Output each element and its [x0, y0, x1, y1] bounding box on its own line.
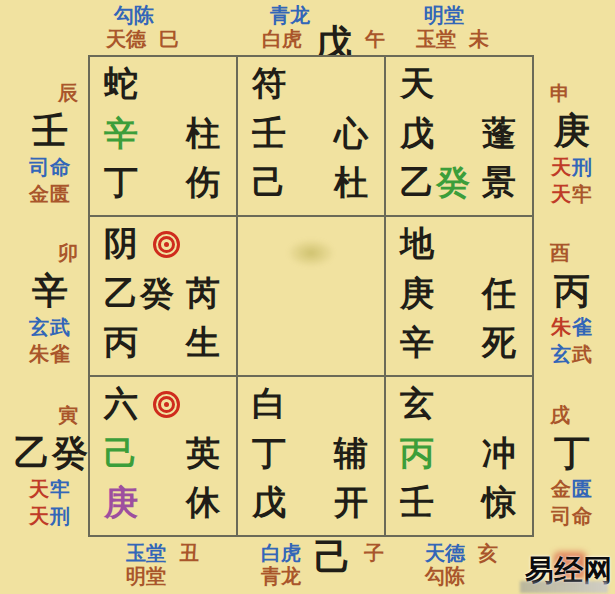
- god-char: 玄: [400, 383, 434, 424]
- palace-row: 戊开: [252, 482, 368, 523]
- edge-bottom-group-2: 天德亥勾陈: [425, 542, 498, 588]
- palace-row: 辛柱: [104, 113, 220, 154]
- deity-label: 天刑: [536, 154, 608, 181]
- star-char: 芮: [186, 273, 220, 313]
- deity-branch-label: 白虎: [261, 542, 301, 565]
- earth-stem-char: 癸: [436, 162, 470, 203]
- god-char: 六: [104, 383, 138, 424]
- heaven-stem-char: 丁: [252, 433, 286, 474]
- palace-row: 白: [252, 383, 368, 424]
- left-edge-labels: 辰壬司命金匮卯辛玄武朱雀寅乙癸天牢天刑: [14, 0, 86, 594]
- branch-label: 寅: [14, 402, 86, 429]
- heaven-stem-char: 丙: [400, 433, 434, 474]
- door-char: 休: [186, 482, 220, 522]
- deity-branch-label: 勾陈: [425, 565, 465, 588]
- deity-branch-label: 丑: [179, 542, 199, 565]
- star-char: 心: [334, 113, 368, 153]
- branch-label: 酉: [536, 240, 608, 267]
- palace-row: 丙生: [104, 322, 220, 363]
- deity-branch-label: 明堂: [126, 565, 166, 588]
- heaven-stem-char: 庚: [400, 273, 434, 314]
- stem-label: 辛: [14, 267, 86, 314]
- earth-stem-char: 己: [252, 162, 286, 203]
- deity-label: 天牢: [14, 476, 86, 503]
- deity-branch-label: 白虎: [262, 27, 302, 51]
- palace-row: 丙冲: [400, 433, 516, 474]
- star-char: 英: [186, 433, 220, 473]
- god-char: 符: [252, 63, 286, 104]
- deity-label: 玄武: [14, 314, 86, 341]
- stem-label: 丁: [536, 429, 608, 476]
- palace-row: 乙癸芮: [104, 273, 220, 314]
- deity-branch-label: 天德: [425, 542, 465, 565]
- deity-branch-label: 勾陈: [114, 3, 154, 27]
- palace-dui-7: 地庚任辛死: [386, 217, 532, 375]
- deity-branch-line: 玉堂未: [416, 27, 489, 51]
- deity-branch-line: 明堂: [416, 3, 489, 27]
- deity-branch-line: 玉堂丑: [126, 542, 199, 565]
- earth-stem-char: 乙: [400, 162, 434, 203]
- qimen-dunjia-chart: 勾陈天德巳青龙白虎戊午明堂玉堂未 蛇辛柱丁伤符壬心己杜天戊蓬乙癸景阴乙癸芮丙生地…: [0, 0, 615, 594]
- star-char: 辅: [334, 433, 368, 473]
- palace-kun-2: 天戊蓬乙癸景: [386, 57, 532, 215]
- palace-kan-1: 白丁辅戊开: [238, 377, 384, 535]
- deity-branch-line: 白虎己子: [261, 542, 384, 565]
- deity-branch-label: 青龙: [261, 565, 301, 588]
- star-char: 柱: [186, 113, 220, 153]
- deity-branch-label: 子: [364, 542, 384, 565]
- branch-label: 申: [536, 80, 608, 107]
- deity-branch-label: 午: [365, 27, 385, 51]
- door-char: 开: [334, 482, 368, 522]
- heaven-stem-char: 己: [104, 433, 138, 474]
- stem-label: 壬: [14, 107, 86, 154]
- edge-right-group-2: 戌丁金匮司命: [536, 402, 608, 530]
- palace-zhen-3: 阴乙癸芮丙生: [90, 217, 236, 375]
- door-char: 死: [482, 322, 516, 362]
- earth-stem-char: 壬: [400, 482, 434, 523]
- deity-branch-label: 玉堂: [416, 27, 456, 51]
- board-grid: 蛇辛柱丁伤符壬心己杜天戊蓬乙癸景阴乙癸芮丙生地庚任辛死六己英庚休白丁辅戊开玄丙冲…: [88, 55, 534, 537]
- palace-row: 地: [400, 223, 516, 264]
- palace-row: 壬惊: [400, 482, 516, 523]
- palace-row: 六: [104, 383, 220, 424]
- palace-row: 乙癸景: [400, 162, 516, 203]
- palace-row: 天: [400, 63, 516, 104]
- stem-label: 乙癸: [14, 429, 86, 476]
- palace-row: 壬心: [252, 113, 368, 154]
- heaven-stem-char: 戊: [400, 113, 434, 154]
- god-char: 阴: [104, 223, 138, 264]
- deity-label: 天刑: [14, 503, 86, 530]
- deity-branch-line: 勾陈: [425, 565, 498, 588]
- deity-label: 金匮: [14, 181, 86, 208]
- palace-row: 丁辅: [252, 433, 368, 474]
- edge-left-group-2: 寅乙癸天牢天刑: [14, 402, 86, 530]
- deity-branch-line: 白虎戊午: [262, 27, 385, 51]
- deity-branch-label: 玉堂: [126, 542, 166, 565]
- door-char: 生: [186, 322, 220, 362]
- star-char: 任: [482, 273, 516, 313]
- door-char: 杜: [334, 162, 368, 202]
- heaven-stem-char: 壬: [252, 113, 286, 154]
- star-char: 冲: [482, 433, 516, 473]
- deity-branch-label: 明堂: [424, 3, 464, 27]
- bullseye-marker-icon: [153, 391, 180, 418]
- edge-left-group-1: 卯辛玄武朱雀: [14, 240, 86, 368]
- deity-label: 朱雀: [14, 341, 86, 368]
- earth-stem-char: 丁: [104, 162, 138, 203]
- watermark: 易经网: [514, 551, 614, 593]
- god-char: 地: [400, 223, 434, 264]
- edge-right-group-0: 申庚天刑天牢: [536, 80, 608, 208]
- stem-label: 戊: [315, 34, 352, 52]
- earth-stem-char: 辛: [400, 322, 434, 363]
- deity-label: 司命: [536, 503, 608, 530]
- edge-top-group-1: 青龙白虎戊午: [262, 3, 385, 51]
- palace-row: 玄: [400, 383, 516, 424]
- stem-label: 丙: [536, 267, 608, 314]
- edge-left-group-0: 辰壬司命金匮: [14, 80, 86, 208]
- door-char: 景: [482, 162, 516, 202]
- deity-label: 玄武: [536, 341, 608, 368]
- palace-center-5: [238, 217, 384, 375]
- edge-top-group-0: 勾陈天德巳: [106, 3, 179, 51]
- deity-branch-label: 巳: [159, 27, 179, 51]
- heaven-stem-char: 乙: [104, 273, 138, 314]
- palace-row: 己杜: [252, 162, 368, 203]
- god-char: 天: [400, 63, 434, 104]
- earth-stem-char: 丙: [104, 322, 138, 363]
- palace-row: 丁伤: [104, 162, 220, 203]
- deity-branch-label: 青龙: [270, 3, 310, 27]
- edge-right-group-1: 酉丙朱雀玄武: [536, 240, 608, 368]
- star-char: 蓬: [482, 113, 516, 153]
- deity-branch-line: 天德亥: [425, 542, 498, 565]
- palace-row: 辛死: [400, 322, 516, 363]
- palace-row: 庚休: [104, 482, 220, 523]
- heaven-stem-char: 辛: [104, 113, 138, 154]
- palace-gen-8: 六己英庚休: [90, 377, 236, 535]
- branch-label: 戌: [536, 402, 608, 429]
- edge-bottom-group-0: 玉堂丑明堂: [126, 542, 199, 588]
- watermark-sub-blur: [520, 581, 608, 593]
- branch-label: 卯: [14, 240, 86, 267]
- earth-stem-char: 庚: [104, 482, 138, 523]
- faint-smudge: [287, 239, 335, 267]
- palace-row: 阴: [104, 223, 220, 264]
- deity-label: 金匮: [536, 476, 608, 503]
- palace-row: 符: [252, 63, 368, 104]
- deity-label: 朱雀: [536, 314, 608, 341]
- heaven-stem-char: 癸: [140, 273, 174, 314]
- bullseye-marker-icon: [153, 231, 180, 258]
- god-char: 白: [252, 383, 286, 424]
- palace-qian-6: 玄丙冲壬惊: [386, 377, 532, 535]
- palace-xun-4: 蛇辛柱丁伤: [90, 57, 236, 215]
- god-char: 蛇: [104, 63, 138, 104]
- deity-branch-label: 亥: [478, 542, 498, 565]
- branch-label: 辰: [14, 80, 86, 107]
- deity-label: 天牢: [536, 181, 608, 208]
- deity-label: 司命: [14, 154, 86, 181]
- right-edge-labels: 申庚天刑天牢酉丙朱雀玄武戌丁金匮司命: [536, 0, 608, 594]
- earth-stem-char: 戊: [252, 482, 286, 523]
- edge-bottom-group-1: 白虎己子青龙: [261, 542, 384, 588]
- deity-branch-line: 勾陈: [106, 3, 179, 27]
- door-char: 伤: [186, 162, 220, 202]
- palace-row: 戊蓬: [400, 113, 516, 154]
- palace-row: 己英: [104, 433, 220, 474]
- stem-label: 己: [314, 548, 351, 566]
- palace-row: 庚任: [400, 273, 516, 314]
- palace-row: 蛇: [104, 63, 220, 104]
- deity-branch-label: 天德: [106, 27, 146, 51]
- deity-branch-line: 天德巳: [106, 27, 179, 51]
- stem-label: 庚: [536, 107, 608, 154]
- deity-branch-line: 明堂: [126, 565, 199, 588]
- door-char: 惊: [482, 482, 516, 522]
- edge-top-group-2: 明堂玉堂未: [416, 3, 489, 51]
- palace-li-9: 符壬心己杜: [238, 57, 384, 215]
- deity-branch-label: 未: [469, 27, 489, 51]
